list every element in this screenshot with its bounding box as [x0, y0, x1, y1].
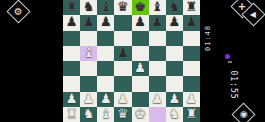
square-h3[interactable]	[183, 76, 200, 91]
square-f4[interactable]	[149, 61, 166, 76]
handle-dash	[228, 61, 232, 63]
square-e8[interactable]: ♚	[132, 0, 149, 15]
square-h5[interactable]	[183, 46, 200, 61]
white-queen: ♛	[117, 107, 129, 120]
square-e4[interactable]: ♟	[132, 61, 149, 76]
gear-icon: ⚙	[14, 7, 23, 17]
white-king: ♚	[134, 107, 146, 120]
chess-board[interactable]: ♜♞♝♛♚♝♞♜♟♟♟♟♟♟♟♝♟♟♟♟♟♟♟♟♟♜♞♝♛♚♞♜	[63, 0, 200, 122]
black-pawn: ♟	[168, 15, 180, 28]
settings-button[interactable]: ⚙	[6, 0, 30, 24]
square-d2[interactable]: ♟	[114, 92, 131, 107]
square-f1[interactable]	[149, 107, 166, 122]
square-e1[interactable]: ♚	[132, 107, 149, 122]
square-b2[interactable]: ♟	[80, 92, 97, 107]
square-h2[interactable]: ♟	[183, 92, 200, 107]
square-b4[interactable]	[80, 61, 97, 76]
square-f7[interactable]: ♟	[149, 15, 166, 30]
square-h1[interactable]: ♜	[183, 107, 200, 122]
square-b1[interactable]: ♞	[80, 107, 97, 122]
turn-indicator-dot	[225, 54, 230, 59]
square-h4[interactable]	[183, 61, 200, 76]
square-b3[interactable]	[80, 76, 97, 91]
black-rook: ♜	[186, 0, 198, 13]
white-pawn: ♟	[168, 92, 180, 105]
square-h7[interactable]: ♟	[183, 15, 200, 30]
square-f8[interactable]: ♝	[149, 0, 166, 15]
white-bishop: ♝	[83, 46, 95, 59]
black-pawn: ♟	[100, 15, 112, 28]
black-pawn: ♟	[186, 15, 198, 28]
white-rook: ♜	[186, 107, 198, 120]
square-a4[interactable]	[63, 61, 80, 76]
square-a8[interactable]: ♜	[63, 0, 80, 15]
square-c3[interactable]	[97, 76, 114, 91]
white-pawn: ♟	[117, 92, 129, 105]
square-b6[interactable]	[80, 31, 97, 46]
black-clock: 01:48	[204, 21, 214, 55]
square-a2[interactable]: ♟	[63, 92, 80, 107]
white-pawn: ♟	[151, 92, 163, 105]
square-g3[interactable]	[166, 76, 183, 91]
square-e5[interactable]	[132, 46, 149, 61]
black-rook: ♜	[66, 0, 78, 13]
white-bishop: ♝	[100, 107, 112, 120]
white-pawn: ♟	[83, 92, 95, 105]
square-d5[interactable]: ♟	[114, 46, 131, 61]
square-e2[interactable]	[132, 92, 149, 107]
record-button[interactable]: ◉	[231, 102, 255, 122]
black-queen: ♛	[117, 0, 129, 13]
black-knight: ♞	[168, 0, 180, 13]
white-knight: ♞	[168, 107, 180, 120]
white-pawn: ♟	[186, 92, 198, 105]
black-pawn: ♟	[134, 15, 146, 28]
square-c1[interactable]: ♝	[97, 107, 114, 122]
black-pawn: ♟	[117, 46, 129, 59]
square-h8[interactable]: ♜	[183, 0, 200, 15]
back-arrow-icon: ◀	[250, 11, 256, 19]
square-d6[interactable]	[114, 31, 131, 46]
square-a5[interactable]	[63, 46, 80, 61]
black-pawn: ♟	[151, 15, 163, 28]
square-c7[interactable]: ♟	[97, 15, 114, 30]
white-pawn: ♟	[134, 61, 146, 74]
white-pawn: ♟	[66, 92, 78, 105]
square-e3[interactable]	[132, 76, 149, 91]
white-pawn: ♟	[100, 92, 112, 105]
square-e7[interactable]: ♟	[132, 15, 149, 30]
white-knight: ♞	[83, 107, 95, 120]
square-d1[interactable]: ♛	[114, 107, 131, 122]
square-c4[interactable]	[97, 61, 114, 76]
square-f6[interactable]	[149, 31, 166, 46]
square-c6[interactable]	[97, 31, 114, 46]
black-pawn: ♟	[66, 15, 78, 28]
black-pawn: ♟	[83, 15, 95, 28]
square-h6[interactable]	[183, 31, 200, 46]
square-b8[interactable]: ♞	[80, 0, 97, 15]
white-rook: ♜	[66, 107, 78, 120]
square-d3[interactable]	[114, 76, 131, 91]
square-f5[interactable]	[149, 46, 166, 61]
square-c8[interactable]: ♝	[97, 0, 114, 15]
square-d8[interactable]: ♛	[114, 0, 131, 15]
record-icon: ◉	[240, 110, 248, 119]
square-c2[interactable]: ♟	[97, 92, 114, 107]
square-c5[interactable]	[97, 46, 114, 61]
black-bishop: ♝	[151, 0, 163, 13]
square-g8[interactable]: ♞	[166, 0, 183, 15]
square-g1[interactable]: ♞	[166, 107, 183, 122]
square-a1[interactable]: ♜	[63, 107, 80, 122]
square-g4[interactable]	[166, 61, 183, 76]
square-g6[interactable]	[166, 31, 183, 46]
white-clock: 01:55	[228, 68, 238, 102]
square-a6[interactable]	[63, 31, 80, 46]
square-e6[interactable]	[132, 31, 149, 46]
square-a7[interactable]: ♟	[63, 15, 80, 30]
square-a3[interactable]	[63, 76, 80, 91]
black-king: ♚	[134, 0, 146, 13]
square-f2[interactable]: ♟	[149, 92, 166, 107]
black-bishop: ♝	[100, 0, 112, 13]
square-f3[interactable]	[149, 76, 166, 91]
square-g5[interactable]	[166, 46, 183, 61]
square-b7[interactable]: ♟	[80, 15, 97, 30]
square-d7[interactable]	[114, 15, 131, 30]
square-d4[interactable]	[114, 61, 131, 76]
black-knight: ♞	[83, 0, 95, 13]
square-b5[interactable]: ♝	[80, 46, 97, 61]
app-screen: ⚙ ♜♞♝♛♚♝♞♜♟♟♟♟♟♟♟♝♟♟♟♟♟♟♟♟♟♜♞♝♛♚♞♜ + ◀ 0…	[0, 0, 265, 122]
square-g7[interactable]: ♟	[166, 15, 183, 30]
square-g2[interactable]: ♟	[166, 92, 183, 107]
